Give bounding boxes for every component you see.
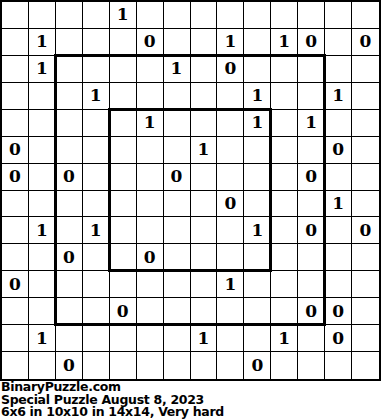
cell-r12c12: 0 [325, 325, 352, 352]
cell-r4c10[interactable] [271, 110, 298, 137]
cell-r11c1[interactable] [29, 298, 56, 325]
cell-r7c6[interactable] [164, 191, 191, 218]
cell-r1c9[interactable] [244, 29, 271, 56]
cell-r9c4[interactable] [110, 244, 137, 271]
cell-r11c10[interactable] [271, 298, 298, 325]
cell-r7c2[interactable] [56, 191, 83, 218]
cell-r6c12[interactable] [325, 164, 352, 191]
cell-r1c10: 1 [271, 29, 298, 56]
cell-r11c5[interactable] [137, 298, 164, 325]
cell-r10c9[interactable] [244, 271, 271, 298]
cell-r1c3[interactable] [83, 29, 110, 56]
cell-r4c13[interactable] [352, 110, 379, 137]
cell-r0c11[interactable] [298, 2, 325, 29]
cell-r6c10[interactable] [271, 164, 298, 191]
cell-r6c9[interactable] [244, 164, 271, 191]
cell-r4c11: 1 [298, 110, 325, 137]
cell-r8c10[interactable] [271, 217, 298, 244]
cell-r7c0[interactable] [2, 191, 29, 218]
cell-r11c11: 0 [298, 298, 325, 325]
cell-r11c8[interactable] [217, 298, 244, 325]
cell-r5c8[interactable] [217, 137, 244, 164]
cell-r6c3[interactable] [83, 164, 110, 191]
cell-r0c0[interactable] [2, 2, 29, 29]
cell-r13c4[interactable] [110, 352, 137, 379]
cell-r1c6[interactable] [164, 29, 191, 56]
cell-r3c3: 1 [83, 83, 110, 110]
cell-r9c13[interactable] [352, 244, 379, 271]
cell-r5c11[interactable] [298, 137, 325, 164]
cell-r8c1: 1 [29, 217, 56, 244]
cell-r9c1[interactable] [29, 244, 56, 271]
cell-r8c7[interactable] [191, 217, 218, 244]
cell-r5c6[interactable] [164, 137, 191, 164]
cell-r8c4[interactable] [110, 217, 137, 244]
cell-r13c8[interactable] [217, 352, 244, 379]
cell-r4c8[interactable] [217, 110, 244, 137]
cell-r3c10[interactable] [271, 83, 298, 110]
cell-r7c12: 1 [325, 191, 352, 218]
cell-r8c11: 0 [298, 217, 325, 244]
cell-r2c6: 1 [164, 56, 191, 83]
cell-r11c13[interactable] [352, 298, 379, 325]
cell-r1c5: 0 [137, 29, 164, 56]
cell-r13c11[interactable] [298, 352, 325, 379]
cell-r13c2: 0 [56, 352, 83, 379]
cell-r13c9: 0 [244, 352, 271, 379]
cell-r7c9[interactable] [244, 191, 271, 218]
cell-r5c5[interactable] [137, 137, 164, 164]
cell-r2c0[interactable] [2, 56, 29, 83]
cell-r5c10[interactable] [271, 137, 298, 164]
cell-r3c8[interactable] [217, 83, 244, 110]
cell-r8c9: 1 [244, 217, 271, 244]
cell-r9c10[interactable] [271, 244, 298, 271]
cell-r5c4[interactable] [110, 137, 137, 164]
cell-r3c5[interactable] [137, 83, 164, 110]
cell-r11c4: 0 [110, 298, 137, 325]
cell-r1c0[interactable] [2, 29, 29, 56]
cell-r9c5: 0 [137, 244, 164, 271]
cell-r7c7[interactable] [191, 191, 218, 218]
cell-r8c0[interactable] [2, 217, 29, 244]
cell-r3c12: 1 [325, 83, 352, 110]
cell-r12c7: 1 [191, 325, 218, 352]
cell-r2c3[interactable] [83, 56, 110, 83]
cell-r2c5[interactable] [137, 56, 164, 83]
cell-r13c0[interactable] [2, 352, 29, 379]
cell-r10c4[interactable] [110, 271, 137, 298]
cell-r5c1[interactable] [29, 137, 56, 164]
cell-r7c5[interactable] [137, 191, 164, 218]
cell-r5c7: 1 [191, 137, 218, 164]
cell-r6c7[interactable] [191, 164, 218, 191]
cell-r9c2: 0 [56, 244, 83, 271]
cell-r4c9: 1 [244, 110, 271, 137]
cell-r10c8: 1 [217, 271, 244, 298]
cell-r3c13[interactable] [352, 83, 379, 110]
cell-r8c5[interactable] [137, 217, 164, 244]
cell-r11c0[interactable] [2, 298, 29, 325]
cell-r0c13[interactable] [352, 2, 379, 29]
cell-r10c1[interactable] [29, 271, 56, 298]
cell-r6c5[interactable] [137, 164, 164, 191]
cell-r3c0[interactable] [2, 83, 29, 110]
cell-r9c12[interactable] [325, 244, 352, 271]
cell-r0c8[interactable] [217, 2, 244, 29]
cell-r5c9[interactable] [244, 137, 271, 164]
cell-r11c9[interactable] [244, 298, 271, 325]
cell-r12c0[interactable] [2, 325, 29, 352]
cell-r8c3: 1 [83, 217, 110, 244]
cell-r12c4[interactable] [110, 325, 137, 352]
cell-r0c2[interactable] [56, 2, 83, 29]
cell-r12c5[interactable] [137, 325, 164, 352]
cell-r10c0: 0 [2, 271, 29, 298]
cell-r0c7[interactable] [191, 2, 218, 29]
cell-r11c6[interactable] [164, 298, 191, 325]
cell-r6c0: 0 [2, 164, 29, 191]
cell-r6c11: 0 [298, 164, 325, 191]
cell-r4c3[interactable] [83, 110, 110, 137]
cell-r9c8[interactable] [217, 244, 244, 271]
cell-r6c4[interactable] [110, 164, 137, 191]
cell-r12c10: 1 [271, 325, 298, 352]
cell-r4c5: 1 [137, 110, 164, 137]
cell-r4c6[interactable] [164, 110, 191, 137]
cell-r13c6[interactable] [164, 352, 191, 379]
cell-r4c0[interactable] [2, 110, 29, 137]
cell-r11c3[interactable] [83, 298, 110, 325]
cell-r13c12[interactable] [325, 352, 352, 379]
cell-r10c10[interactable] [271, 271, 298, 298]
cell-r5c3[interactable] [83, 137, 110, 164]
cell-r2c1: 1 [29, 56, 56, 83]
cell-r13c13[interactable] [352, 352, 379, 379]
cell-r1c1: 1 [29, 29, 56, 56]
cell-r12c9[interactable] [244, 325, 271, 352]
cell-r12c1: 1 [29, 325, 56, 352]
cell-r11c7[interactable] [191, 298, 218, 325]
footer-puzzle-spec: 6x6 in 10x10 in 14x14, Very hard [1, 406, 381, 419]
cell-r1c8: 1 [217, 29, 244, 56]
cell-r7c1[interactable] [29, 191, 56, 218]
cell-r0c12[interactable] [325, 2, 352, 29]
cell-r9c6[interactable] [164, 244, 191, 271]
cell-r12c3[interactable] [83, 325, 110, 352]
puzzle-board: 1101100110111111010000001111000001000111… [0, 0, 381, 381]
cell-r12c11[interactable] [298, 325, 325, 352]
cell-r10c5[interactable] [137, 271, 164, 298]
cell-r8c13: 0 [352, 217, 379, 244]
cell-r3c7[interactable] [191, 83, 218, 110]
cell-r13c7[interactable] [191, 352, 218, 379]
cell-r8c6[interactable] [164, 217, 191, 244]
cell-r1c7[interactable] [191, 29, 218, 56]
cell-r0c1[interactable] [29, 2, 56, 29]
cell-r13c10[interactable] [271, 352, 298, 379]
puzzle-page: 1101100110111111010000001111000001000111… [0, 0, 381, 419]
cell-r5c12: 0 [325, 137, 352, 164]
cell-r10c3[interactable] [83, 271, 110, 298]
cell-r3c11[interactable] [298, 83, 325, 110]
cell-r10c13[interactable] [352, 271, 379, 298]
cell-r3c1[interactable] [29, 83, 56, 110]
cell-r0c3[interactable] [83, 2, 110, 29]
cell-r1c4[interactable] [110, 29, 137, 56]
cell-r2c10[interactable] [271, 56, 298, 83]
cell-r0c4: 1 [110, 2, 137, 29]
cell-r2c2[interactable] [56, 56, 83, 83]
cell-r3c9: 1 [244, 83, 271, 110]
cell-r6c13[interactable] [352, 164, 379, 191]
cell-r8c2[interactable] [56, 217, 83, 244]
cell-r13c3[interactable] [83, 352, 110, 379]
cell-r8c12[interactable] [325, 217, 352, 244]
cell-r4c12[interactable] [325, 110, 352, 137]
cell-r0c5[interactable] [137, 2, 164, 29]
cell-r10c2[interactable] [56, 271, 83, 298]
cell-r11c2[interactable] [56, 298, 83, 325]
cell-r6c2: 0 [56, 164, 83, 191]
cell-r10c6[interactable] [164, 271, 191, 298]
cell-r2c13[interactable] [352, 56, 379, 83]
cell-r9c7[interactable] [191, 244, 218, 271]
cell-r4c4[interactable] [110, 110, 137, 137]
cell-r8c8[interactable] [217, 217, 244, 244]
cell-r9c3[interactable] [83, 244, 110, 271]
cell-r4c1[interactable] [29, 110, 56, 137]
cell-r9c0[interactable] [2, 244, 29, 271]
cell-r11c12: 0 [325, 298, 352, 325]
cell-r7c10[interactable] [271, 191, 298, 218]
cell-r9c11[interactable] [298, 244, 325, 271]
cell-r10c12[interactable] [325, 271, 352, 298]
cell-r6c8[interactable] [217, 164, 244, 191]
cell-r2c8: 0 [217, 56, 244, 83]
cell-r12c6[interactable] [164, 325, 191, 352]
cell-r1c13: 0 [352, 29, 379, 56]
cell-r10c7[interactable] [191, 271, 218, 298]
cell-r2c9[interactable] [244, 56, 271, 83]
cell-r7c13[interactable] [352, 191, 379, 218]
cell-r13c1[interactable] [29, 352, 56, 379]
cell-r3c2[interactable] [56, 83, 83, 110]
cell-r7c8: 0 [217, 191, 244, 218]
cell-r9c9[interactable] [244, 244, 271, 271]
cell-r4c7[interactable] [191, 110, 218, 137]
footer-caption: BinaryPuzzle.com Special Puzzle August 8… [1, 381, 381, 419]
cell-r4c2[interactable] [56, 110, 83, 137]
cell-r6c1[interactable] [29, 164, 56, 191]
cell-r2c4[interactable] [110, 56, 137, 83]
cell-r3c4[interactable] [110, 83, 137, 110]
cell-r1c11: 0 [298, 29, 325, 56]
cell-r12c8[interactable] [217, 325, 244, 352]
cell-r1c2[interactable] [56, 29, 83, 56]
cell-r7c4[interactable] [110, 191, 137, 218]
cell-r10c11[interactable] [298, 271, 325, 298]
cell-r3c6[interactable] [164, 83, 191, 110]
cell-r5c13[interactable] [352, 137, 379, 164]
cell-r5c0: 0 [2, 137, 29, 164]
cell-r5c2[interactable] [56, 137, 83, 164]
cell-r2c7[interactable] [191, 56, 218, 83]
cell-r0c6[interactable] [164, 2, 191, 29]
cell-r0c9[interactable] [244, 2, 271, 29]
cell-r2c11[interactable] [298, 56, 325, 83]
cell-r7c11[interactable] [298, 191, 325, 218]
cell-r2c12[interactable] [325, 56, 352, 83]
cell-r1c12[interactable] [325, 29, 352, 56]
cell-r7c3[interactable] [83, 191, 110, 218]
cell-r12c2[interactable] [56, 325, 83, 352]
cell-r6c6: 0 [164, 164, 191, 191]
cell-r13c5[interactable] [137, 352, 164, 379]
cell-r12c13[interactable] [352, 325, 379, 352]
cell-r0c10[interactable] [271, 2, 298, 29]
